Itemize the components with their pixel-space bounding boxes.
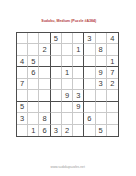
cell-r7c9: [107, 102, 118, 113]
cell-r2c2: [28, 44, 39, 55]
cell-r5c3: [39, 79, 50, 90]
footer-url: www.sudokupuzzles.net: [51, 166, 85, 170]
cell-r3c2: 5: [28, 56, 39, 67]
cell-r7c5: [62, 102, 73, 113]
cell-r1c4: 5: [51, 33, 62, 44]
cell-r1c9: 4: [107, 33, 118, 44]
cell-r8c6: [73, 113, 84, 124]
cell-r4c6: [73, 67, 84, 78]
cell-r4c3: [39, 67, 50, 78]
footer: www.sudokupuzzles.net: [0, 160, 136, 169]
cell-r7c2: [28, 102, 39, 113]
cell-r8c5: [62, 113, 73, 124]
cell-r9c2: 1: [28, 125, 39, 136]
cell-r3c6: [73, 56, 84, 67]
cell-r2c9: [107, 44, 118, 55]
cell-r6c3: [39, 90, 50, 101]
cell-r9c8: 5: [96, 125, 107, 136]
cell-r5c2: [28, 79, 39, 90]
cell-r6c6: 3: [73, 90, 84, 101]
cell-r6c4: [51, 90, 62, 101]
cell-r1c5: [62, 33, 73, 44]
cell-r9c4: 3: [51, 125, 62, 136]
cell-r3c3: [39, 56, 50, 67]
cell-r8c4: [51, 113, 62, 124]
cell-r5c5: [62, 79, 73, 90]
cell-r5c8: 3: [96, 79, 107, 90]
cell-r4c5: 1: [62, 67, 73, 78]
cell-r2c7: [84, 44, 95, 55]
cell-r6c1: [17, 90, 28, 101]
cell-r1c7: 3: [84, 33, 95, 44]
cell-r2c8: 8: [96, 44, 107, 55]
page-title: Sudoku, Medium (Puzzle #A384): [0, 13, 136, 22]
page-title-text: Sudoku, Medium (Puzzle #A384): [41, 19, 96, 23]
cell-r7c6: 9: [73, 102, 84, 113]
cell-r8c9: [107, 113, 118, 124]
cell-r8c1: 3: [17, 113, 28, 124]
cell-r8c3: 8: [39, 113, 50, 124]
cell-r2c3: 2: [39, 44, 50, 55]
cell-r1c8: [96, 33, 107, 44]
cell-r2c1: [17, 44, 28, 55]
cell-r2c4: [51, 44, 62, 55]
cell-r9c3: 6: [39, 125, 50, 136]
cell-r3c7: [84, 56, 95, 67]
sudoku-grid: 5342184516197732935938616325: [16, 32, 119, 137]
cell-r5c7: [84, 79, 95, 90]
cell-r9c9: [107, 125, 118, 136]
cell-r7c8: [96, 102, 107, 113]
cell-r5c4: [51, 79, 62, 90]
cell-r6c2: [28, 90, 39, 101]
cell-r6c8: [96, 90, 107, 101]
cell-r6c9: [107, 90, 118, 101]
cell-r1c2: [28, 33, 39, 44]
cell-r1c6: [73, 33, 84, 44]
cell-r3c9: 1: [107, 56, 118, 67]
cell-r1c1: [17, 33, 28, 44]
cell-r3c1: 4: [17, 56, 28, 67]
cell-r1c3: [39, 33, 50, 44]
cell-r7c3: [39, 102, 50, 113]
cell-r5c1: 7: [17, 79, 28, 90]
cell-r5c9: 2: [107, 79, 118, 90]
cell-r4c9: 7: [107, 67, 118, 78]
cell-r3c8: [96, 56, 107, 67]
cell-r9c7: [84, 125, 95, 136]
cell-r6c5: 9: [62, 90, 73, 101]
cell-r4c8: 9: [96, 67, 107, 78]
cell-r7c4: [51, 102, 62, 113]
cell-r3c5: [62, 56, 73, 67]
cell-r2c5: [62, 44, 73, 55]
cell-r4c1: [17, 67, 28, 78]
cell-r8c2: [28, 113, 39, 124]
sudoku-sheet: Sudoku, Medium (Puzzle #A384) 5342184516…: [0, 0, 136, 176]
cell-r8c8: [96, 113, 107, 124]
cell-r3c4: [51, 56, 62, 67]
cell-r9c5: 2: [62, 125, 73, 136]
cell-r6c7: [84, 90, 95, 101]
cell-r9c6: [73, 125, 84, 136]
cell-r8c7: 6: [84, 113, 95, 124]
cell-r4c7: [84, 67, 95, 78]
cell-r7c1: 5: [17, 102, 28, 113]
cell-r4c2: 6: [28, 67, 39, 78]
cell-r4c4: [51, 67, 62, 78]
cell-r9c1: [17, 125, 28, 136]
cell-r7c7: [84, 102, 95, 113]
cell-r5c6: [73, 79, 84, 90]
cell-r2c6: 1: [73, 44, 84, 55]
